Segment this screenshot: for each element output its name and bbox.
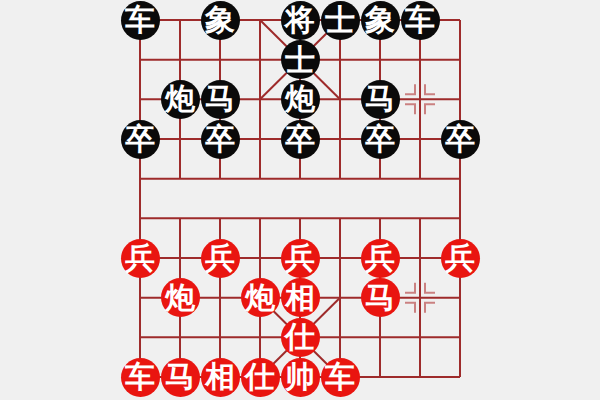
piece-red-elephant-e7[interactable]: 相 <box>281 278 320 317</box>
piece-black-soldier-e3[interactable]: 卒 <box>281 120 320 159</box>
xiangqi-board: 车象将士象车士炮马炮马卒卒卒卒卒兵兵兵兵兵炮炮相马仕车马相仕帅车 <box>0 0 600 400</box>
piece-black-horse-c2[interactable]: 马 <box>201 80 240 119</box>
piece-black-soldier-a3[interactable]: 卒 <box>121 120 160 159</box>
piece-black-elephant-g0[interactable]: 象 <box>361 1 400 40</box>
piece-red-cannon-d7[interactable]: 炮 <box>241 278 280 317</box>
piece-red-chariot-a9[interactable]: 车 <box>121 358 160 397</box>
piece-black-chariot-h0[interactable]: 车 <box>401 1 440 40</box>
piece-black-cannon-e2[interactable]: 炮 <box>281 80 320 119</box>
piece-red-soldier-c6[interactable]: 兵 <box>201 239 240 278</box>
piece-black-advisor-f0[interactable]: 士 <box>321 1 360 40</box>
piece-black-soldier-g3[interactable]: 卒 <box>361 120 400 159</box>
piece-red-general-e9[interactable]: 帅 <box>281 358 320 397</box>
piece-red-soldier-i6[interactable]: 兵 <box>441 239 480 278</box>
piece-black-soldier-i3[interactable]: 卒 <box>441 120 480 159</box>
piece-red-soldier-g6[interactable]: 兵 <box>361 239 400 278</box>
piece-red-cannon-b7[interactable]: 炮 <box>161 278 200 317</box>
piece-red-horse-b9[interactable]: 马 <box>161 358 200 397</box>
piece-red-elephant-c9[interactable]: 相 <box>201 358 240 397</box>
piece-black-horse-g2[interactable]: 马 <box>361 80 400 119</box>
piece-red-horse-g7[interactable]: 马 <box>361 278 400 317</box>
piece-black-general-e0[interactable]: 将 <box>281 1 320 40</box>
piece-red-chariot-f9[interactable]: 车 <box>321 358 360 397</box>
piece-red-advisor-d9[interactable]: 仕 <box>241 358 280 397</box>
piece-black-cannon-b2[interactable]: 炮 <box>161 80 200 119</box>
piece-black-chariot-a0[interactable]: 车 <box>121 1 160 40</box>
piece-black-elephant-c0[interactable]: 象 <box>201 1 240 40</box>
piece-black-advisor-e1[interactable]: 士 <box>281 40 320 79</box>
piece-red-advisor-e8[interactable]: 仕 <box>281 318 320 357</box>
piece-red-soldier-e6[interactable]: 兵 <box>281 239 320 278</box>
pieces-layer: 车象将士象车士炮马炮马卒卒卒卒卒兵兵兵兵兵炮炮相马仕车马相仕帅车 <box>0 0 600 400</box>
piece-red-soldier-a6[interactable]: 兵 <box>121 239 160 278</box>
piece-black-soldier-c3[interactable]: 卒 <box>201 120 240 159</box>
